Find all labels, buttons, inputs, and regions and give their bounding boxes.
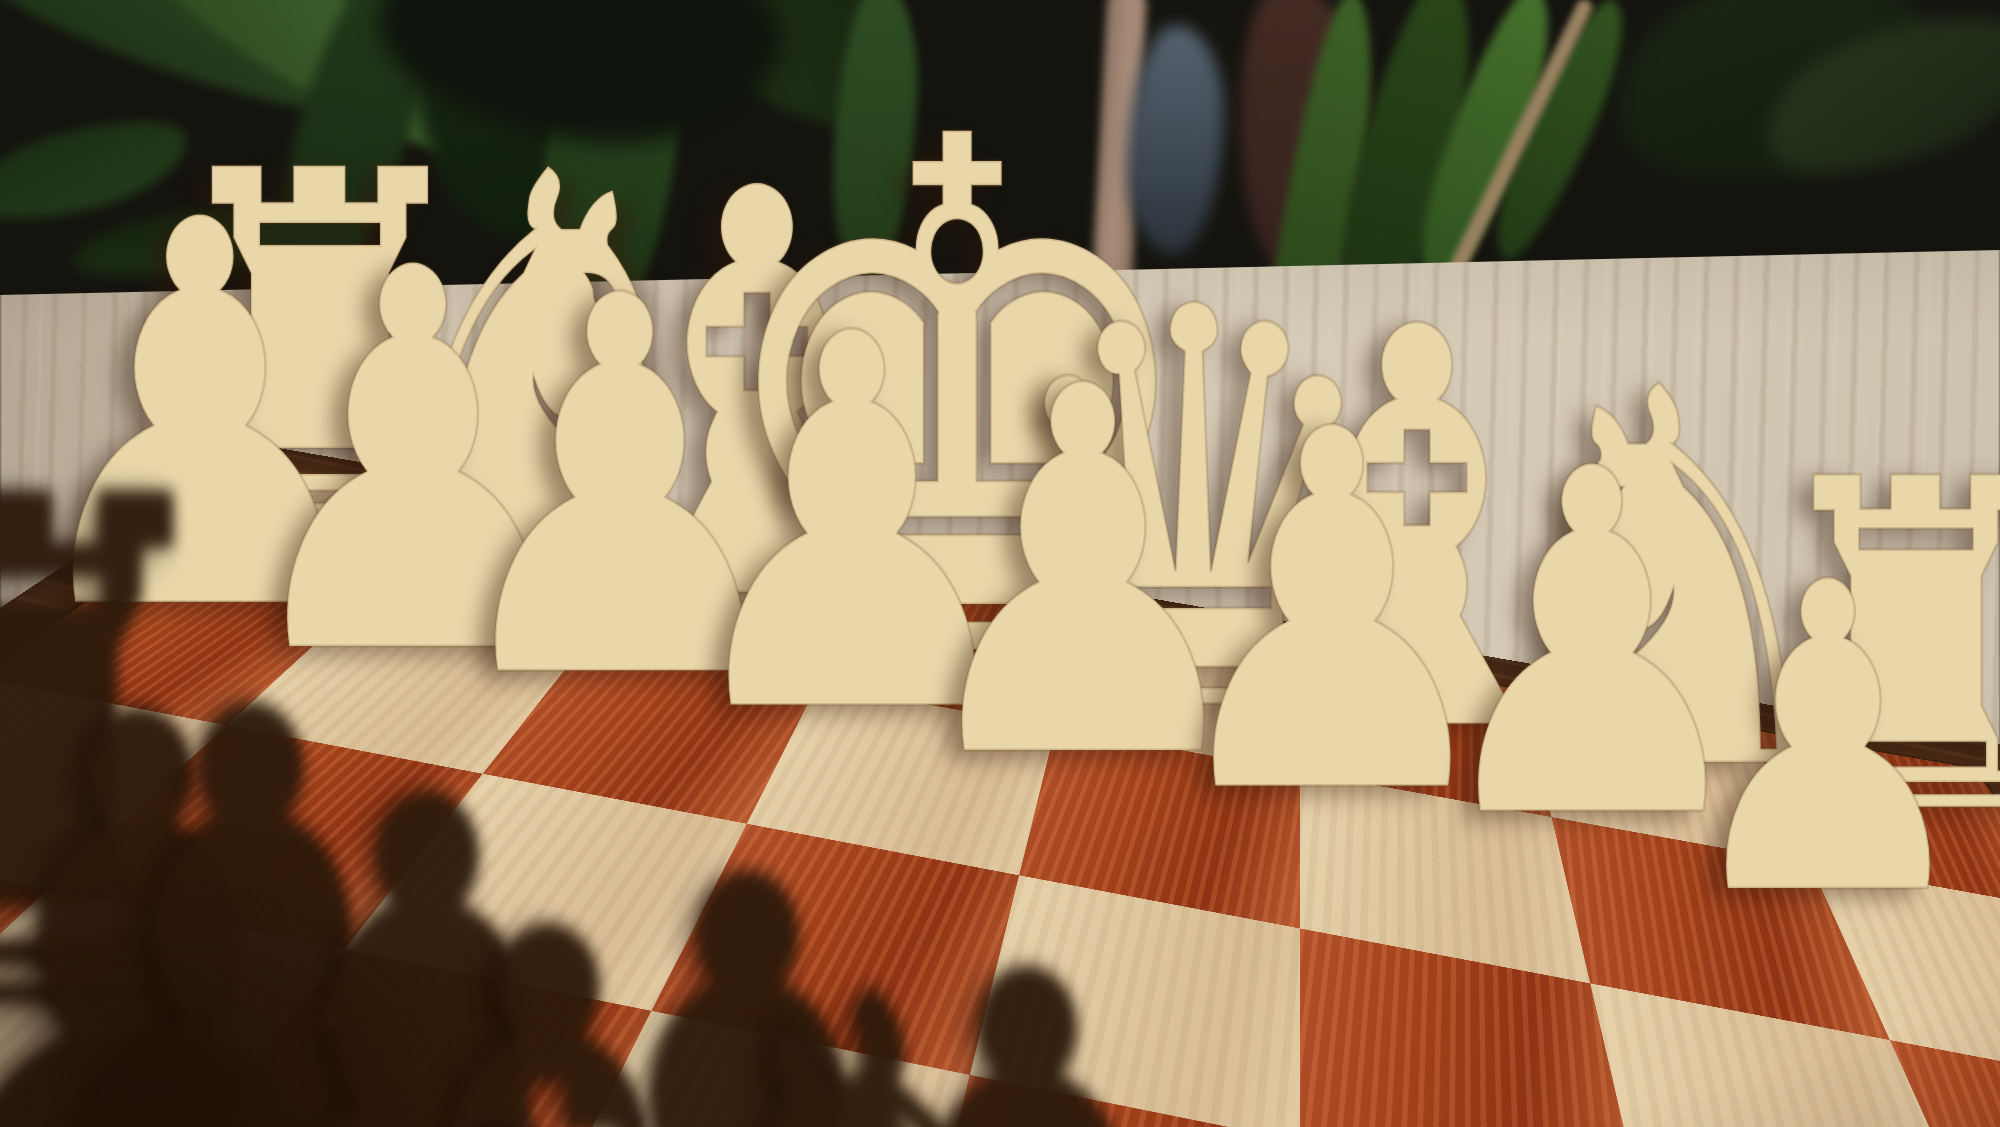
photo-stage: ♜ ♞ ♝ ♚ ♛ ♝ ♞ ♜ ♟ ♟ ♟ ♟ ♟ ♟ ♟ ♟ ♜ ♟ ♟ ♟ …: [0, 0, 2000, 1127]
white-pawn-glyph: ♟: [1676, 529, 1981, 954]
pieces-layer: ♜ ♞ ♝ ♚ ♛ ♝ ♞ ♜ ♟ ♟ ♟ ♟ ♟ ♟ ♟ ♟ ♜ ♟ ♟ ♟ …: [0, 0, 2000, 1127]
black-pawn-glyph: ♟: [755, 879, 1300, 1127]
